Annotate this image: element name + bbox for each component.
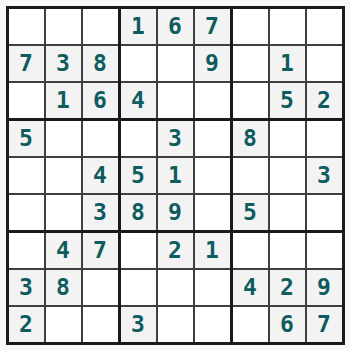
cell-r7c1[interactable]: [9, 233, 44, 268]
cell-r2c9[interactable]: [307, 46, 342, 81]
page: 7381616794152543351898354738221342967: [0, 0, 350, 350]
cell-r3c5[interactable]: [158, 83, 193, 118]
cell-r5c5: 1: [158, 158, 193, 193]
cell-r3c2: 1: [46, 83, 81, 118]
sudoku-board: 7381616794152543351898354738221342967: [6, 6, 345, 345]
cell-r2c2: 3: [46, 46, 81, 81]
cell-r5c4: 5: [121, 158, 156, 193]
cell-r7c3: 7: [83, 233, 118, 268]
cell-r2c6: 9: [195, 46, 230, 81]
cell-r9c6[interactable]: [195, 307, 230, 342]
cell-r8c2: 8: [46, 270, 81, 305]
cell-r3c8: 5: [270, 83, 305, 118]
cell-r7c6: 1: [195, 233, 230, 268]
cell-r7c5: 2: [158, 233, 193, 268]
cell-r8c4[interactable]: [121, 270, 156, 305]
cell-r6c1[interactable]: [9, 195, 44, 230]
cell-r5c3: 4: [83, 158, 118, 193]
cell-r2c4[interactable]: [121, 46, 156, 81]
cell-r4c1: 5: [9, 121, 44, 156]
cell-r1c8[interactable]: [270, 9, 305, 44]
box-3-3: 42967: [233, 233, 342, 342]
cell-r8c1: 3: [9, 270, 44, 305]
cell-r5c7[interactable]: [233, 158, 268, 193]
cell-r4c5: 3: [158, 121, 193, 156]
cell-r1c9[interactable]: [307, 9, 342, 44]
cell-r5c8[interactable]: [270, 158, 305, 193]
cell-r4c9[interactable]: [307, 121, 342, 156]
cell-r9c2[interactable]: [46, 307, 81, 342]
cell-r9c8: 6: [270, 307, 305, 342]
cell-r6c3: 3: [83, 195, 118, 230]
cell-r7c4[interactable]: [121, 233, 156, 268]
cell-r4c8[interactable]: [270, 121, 305, 156]
cell-r1c6: 7: [195, 9, 230, 44]
cell-r3c7[interactable]: [233, 83, 268, 118]
cell-r4c7: 8: [233, 121, 268, 156]
cell-r7c2: 4: [46, 233, 81, 268]
cell-r1c7[interactable]: [233, 9, 268, 44]
cell-r1c1[interactable]: [9, 9, 44, 44]
cell-r8c9: 9: [307, 270, 342, 305]
cell-r8c6[interactable]: [195, 270, 230, 305]
box-1-2: 16794: [121, 9, 230, 118]
cell-r3c4: 4: [121, 83, 156, 118]
cell-r6c9[interactable]: [307, 195, 342, 230]
cell-r6c8[interactable]: [270, 195, 305, 230]
cell-r5c1[interactable]: [9, 158, 44, 193]
cell-r4c2[interactable]: [46, 121, 81, 156]
box-2-2: 35189: [121, 121, 230, 230]
cell-r4c6[interactable]: [195, 121, 230, 156]
cell-r1c5: 6: [158, 9, 193, 44]
cell-r3c3: 6: [83, 83, 118, 118]
cell-r1c3[interactable]: [83, 9, 118, 44]
cell-r2c5[interactable]: [158, 46, 193, 81]
box-2-3: 835: [233, 121, 342, 230]
cell-r2c7[interactable]: [233, 46, 268, 81]
cell-r5c6[interactable]: [195, 158, 230, 193]
cell-r8c7: 4: [233, 270, 268, 305]
cell-r6c7: 5: [233, 195, 268, 230]
box-2-1: 543: [9, 121, 118, 230]
cell-r7c9[interactable]: [307, 233, 342, 268]
cell-r2c1: 7: [9, 46, 44, 81]
box-3-2: 213: [121, 233, 230, 342]
box-1-1: 73816: [9, 9, 118, 118]
cell-r3c6[interactable]: [195, 83, 230, 118]
cell-r3c9: 2: [307, 83, 342, 118]
cell-r1c4: 1: [121, 9, 156, 44]
cell-r8c3[interactable]: [83, 270, 118, 305]
cell-r4c3[interactable]: [83, 121, 118, 156]
cell-r6c2[interactable]: [46, 195, 81, 230]
cell-r8c5[interactable]: [158, 270, 193, 305]
cell-r3c1[interactable]: [9, 83, 44, 118]
box-1-3: 152: [233, 9, 342, 118]
cell-r6c4: 8: [121, 195, 156, 230]
cell-r9c7[interactable]: [233, 307, 268, 342]
cell-r5c2[interactable]: [46, 158, 81, 193]
box-3-1: 47382: [9, 233, 118, 342]
cell-r9c9: 7: [307, 307, 342, 342]
cell-r9c1: 2: [9, 307, 44, 342]
cell-r9c4: 3: [121, 307, 156, 342]
cell-r8c8: 2: [270, 270, 305, 305]
cell-r6c5: 9: [158, 195, 193, 230]
cell-r7c8[interactable]: [270, 233, 305, 268]
cell-r7c7[interactable]: [233, 233, 268, 268]
cell-r9c3[interactable]: [83, 307, 118, 342]
cell-r6c6[interactable]: [195, 195, 230, 230]
cell-r2c8: 1: [270, 46, 305, 81]
cell-r4c4[interactable]: [121, 121, 156, 156]
cell-r9c5[interactable]: [158, 307, 193, 342]
cell-r5c9: 3: [307, 158, 342, 193]
cell-r2c3: 8: [83, 46, 118, 81]
cell-r1c2[interactable]: [46, 9, 81, 44]
